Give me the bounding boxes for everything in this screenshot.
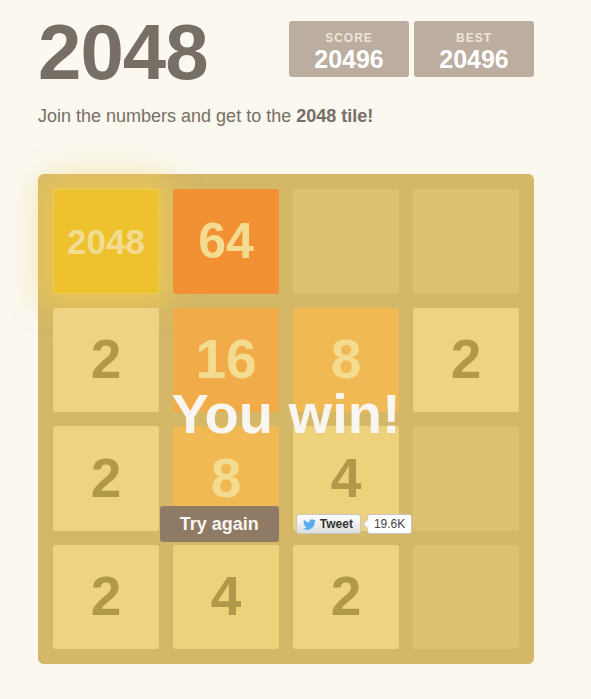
page: 2048 SCORE 20496 BEST 20496 Join the num… bbox=[38, 0, 534, 664]
score-label: SCORE bbox=[289, 31, 409, 45]
scores-container: SCORE 20496 BEST 20496 bbox=[289, 21, 534, 77]
tweet-button-label: Tweet bbox=[320, 517, 353, 531]
header: 2048 SCORE 20496 BEST 20496 bbox=[38, 21, 534, 83]
win-overlay: You win! Try again Tweet 19.6K bbox=[38, 174, 534, 664]
score-value: 20496 bbox=[289, 45, 409, 73]
tweet-button[interactable]: Tweet bbox=[296, 514, 361, 534]
best-value: 20496 bbox=[414, 45, 534, 73]
try-again-button[interactable]: Try again bbox=[160, 506, 279, 542]
page-title: 2048 bbox=[38, 21, 208, 83]
game-board: 2048 64 2 16 8 2 2 8 4 2 4 2 You win! Tr… bbox=[38, 174, 534, 664]
subtitle-goal: 2048 tile! bbox=[296, 106, 373, 126]
subtitle: Join the numbers and get to the 2048 til… bbox=[38, 104, 534, 128]
subtitle-text: Join the numbers and get to the bbox=[38, 106, 296, 126]
overlay-buttons: Try again Tweet 19.6K bbox=[38, 506, 534, 542]
best-label: BEST bbox=[414, 31, 534, 45]
tweet-widget: Tweet 19.6K bbox=[296, 514, 412, 534]
win-message: You win! bbox=[38, 386, 534, 442]
best-box: BEST 20496 bbox=[414, 21, 534, 77]
tweet-count[interactable]: 19.6K bbox=[367, 514, 412, 534]
score-box: SCORE 20496 bbox=[289, 21, 409, 77]
twitter-bird-icon bbox=[303, 518, 316, 531]
